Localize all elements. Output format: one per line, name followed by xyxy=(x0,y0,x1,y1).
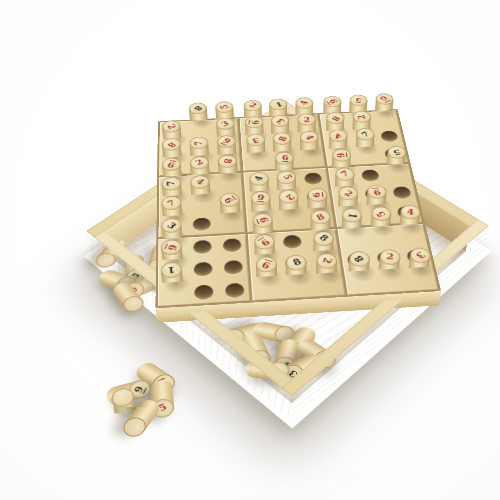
number-peg[interactable]: 9 xyxy=(371,110,397,111)
number-peg[interactable]: 1 xyxy=(158,281,188,283)
number-peg[interactable]: 8 xyxy=(306,229,335,231)
number-peg[interactable]: 1 xyxy=(337,227,366,229)
board-cell: 5 xyxy=(382,164,413,184)
board-cell xyxy=(277,230,309,253)
peg-digit: 8 xyxy=(318,234,331,244)
empty-hole[interactable] xyxy=(361,169,380,181)
number-peg[interactable]: 2 xyxy=(312,272,342,274)
number-peg[interactable]: 8 xyxy=(281,274,311,276)
board-cell xyxy=(188,257,219,281)
empty-hole[interactable] xyxy=(224,260,243,275)
board-cell: 8 xyxy=(344,270,378,295)
board-cell xyxy=(188,235,218,258)
peg-digit: 9 xyxy=(166,160,176,169)
board-cell xyxy=(386,183,418,204)
number-peg[interactable]: 7 xyxy=(351,146,378,147)
empty-hole[interactable] xyxy=(392,187,412,200)
board-cell xyxy=(188,279,219,304)
number-peg[interactable]: 7 xyxy=(159,215,188,217)
board-tile: 361 xyxy=(158,234,251,307)
board-cell: 4 xyxy=(394,224,428,247)
empty-hole[interactable] xyxy=(380,131,398,142)
product-photo-stage: 58243 8523879214932384659824792874796459… xyxy=(0,0,500,500)
peg-digit: 6 xyxy=(165,243,179,251)
board-cell: 9 xyxy=(371,110,401,128)
peg-digit: 2 xyxy=(385,253,393,262)
empty-hole[interactable] xyxy=(225,282,245,297)
board-cell: 4 xyxy=(187,193,216,214)
sudoku-board: 8523879214932384659824792874796459269572… xyxy=(155,109,441,308)
empty-hole[interactable] xyxy=(304,172,322,185)
number-peg[interactable]: 9 xyxy=(247,210,275,212)
scene: 58243 8523879214932384659824792874796459… xyxy=(0,0,500,500)
empty-hole[interactable] xyxy=(283,235,302,249)
number-peg[interactable]: 3 xyxy=(242,152,269,153)
empty-hole[interactable] xyxy=(193,218,211,232)
board-cell: 1 xyxy=(158,281,189,306)
empty-hole[interactable] xyxy=(223,238,242,252)
number-peg[interactable]: 2 xyxy=(374,269,404,271)
board-cell: 8 xyxy=(281,274,314,299)
number-peg[interactable]: 5 xyxy=(382,164,409,165)
number-peg[interactable]: 8 xyxy=(214,173,241,174)
number-peg[interactable]: 8 xyxy=(309,250,338,252)
number-peg[interactable]: 5 xyxy=(366,225,395,227)
number-peg[interactable]: 9 xyxy=(250,253,280,255)
board-cell: 2 xyxy=(312,272,346,297)
number-peg[interactable]: 9 xyxy=(216,212,245,214)
board-cell: 2 xyxy=(275,208,306,230)
board-cell: 3 xyxy=(242,152,271,172)
peg-digit: 6 xyxy=(281,154,288,161)
board-cell: 8 xyxy=(214,173,243,194)
board-cell: 9 xyxy=(216,212,246,234)
number-peg[interactable]: 6 xyxy=(303,207,331,209)
board-cell xyxy=(217,234,248,257)
peg-digit: 1 xyxy=(168,265,177,274)
board-cell xyxy=(355,165,386,185)
board-tile: 154823 xyxy=(337,224,439,295)
number-peg[interactable]: 4 xyxy=(296,149,323,150)
board-cell: 3 xyxy=(403,267,438,292)
number-peg[interactable]: 8 xyxy=(186,120,212,121)
number-peg[interactable]: 2 xyxy=(334,205,362,207)
board-cell: 5 xyxy=(366,225,399,248)
board-cell xyxy=(374,127,404,146)
number-peg[interactable]: 8 xyxy=(344,270,374,272)
peg-digit: 2 xyxy=(194,159,205,167)
board-tile: 6898982 xyxy=(248,229,345,301)
board-cell xyxy=(187,213,217,235)
board-cell: 8 xyxy=(186,120,213,138)
empty-hole[interactable] xyxy=(193,240,211,254)
empty-hole[interactable] xyxy=(194,262,213,277)
peg-digit: 8 xyxy=(222,158,233,164)
number-peg[interactable]: 4 xyxy=(394,224,423,226)
board-cell xyxy=(219,278,251,303)
number-peg[interactable]: 9 xyxy=(362,204,390,206)
peg-digit: 9 xyxy=(134,384,147,393)
board-tiles: 8523879214932384659824792874796459269572… xyxy=(155,109,441,308)
number-peg[interactable]: 4 xyxy=(187,193,215,195)
board-cell: 2 xyxy=(374,269,409,294)
board-cell: 1 xyxy=(337,227,370,250)
number-peg[interactable]: 3 xyxy=(403,267,433,269)
peg-digit: 9 xyxy=(257,237,271,247)
peg-digit: 9 xyxy=(336,152,348,158)
number-peg[interactable]: 6 xyxy=(158,259,188,261)
board-cell: 9 xyxy=(251,276,284,301)
number-peg[interactable]: 9 xyxy=(251,276,281,278)
number-peg[interactable]: 3 xyxy=(158,237,187,239)
number-peg[interactable]: 2 xyxy=(275,208,303,210)
board-cell xyxy=(298,168,328,188)
board-cell xyxy=(218,255,249,279)
board-cell: 7 xyxy=(351,146,381,166)
empty-hole[interactable] xyxy=(194,284,213,299)
board-cell: 4 xyxy=(296,149,325,169)
peg-digit: 5 xyxy=(391,148,401,156)
